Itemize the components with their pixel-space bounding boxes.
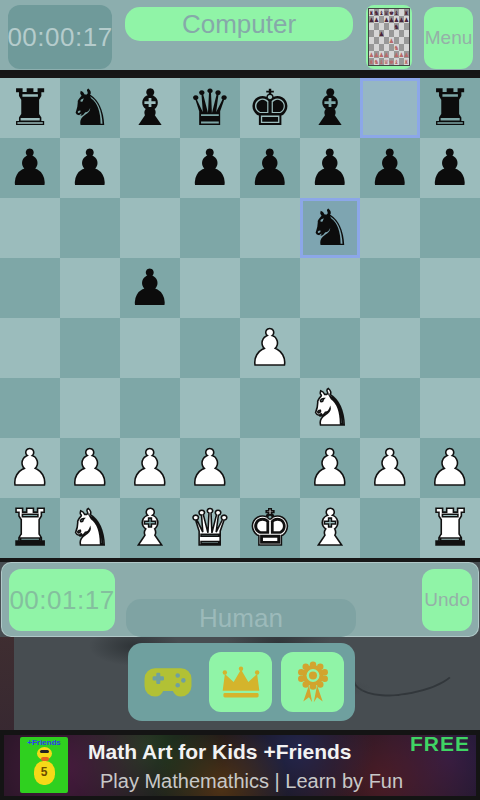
- rating-button[interactable]: [209, 652, 272, 712]
- square-g5[interactable]: [360, 258, 420, 318]
- ad-title: Math Art for Kids +Friends: [88, 740, 418, 764]
- piece-black-pawn[interactable]: ♟: [188, 138, 233, 198]
- crown-icon: [219, 663, 263, 701]
- square-g7[interactable]: ♟: [360, 138, 420, 198]
- square-a3[interactable]: [0, 378, 60, 438]
- piece-white-pawn[interactable]: ♟: [428, 438, 473, 498]
- square-a5[interactable]: [0, 258, 60, 318]
- piece-black-rook[interactable]: ♜: [8, 78, 53, 138]
- piece-black-pawn[interactable]: ♟: [8, 138, 53, 198]
- square-h5[interactable]: [420, 258, 480, 318]
- piece-black-pawn[interactable]: ♟: [248, 138, 293, 198]
- square-d5[interactable]: [180, 258, 240, 318]
- square-g3[interactable]: [360, 378, 420, 438]
- square-b4[interactable]: [60, 318, 120, 378]
- chess-board[interactable]: ♜♞♝♛♚♝♜♟♟♟♟♟♟♟♞♟♟♞♟♟♟♟♟♟♟♜♞♝♛♚♝♜: [0, 74, 480, 562]
- thumb-square-h5: [404, 30, 409, 37]
- square-e1[interactable]: ♚: [240, 498, 300, 558]
- square-c1[interactable]: ♝: [120, 498, 180, 558]
- piece-white-bishop[interactable]: ♝: [308, 498, 353, 558]
- piece-black-pawn: ♟: [404, 17, 409, 23]
- piece-black-pawn[interactable]: ♟: [68, 138, 113, 198]
- bottom-player-bar: 00:01:17 Human Undo: [1, 562, 479, 637]
- square-b2[interactable]: ♟: [60, 438, 120, 498]
- square-e8[interactable]: ♚: [240, 78, 300, 138]
- square-d2[interactable]: ♟: [180, 438, 240, 498]
- piece-white-pawn[interactable]: ♟: [188, 438, 233, 498]
- piece-white-bishop[interactable]: ♝: [128, 498, 173, 558]
- computer-clock: 00:00:17: [8, 5, 112, 69]
- square-e2[interactable]: [240, 438, 300, 498]
- square-h4[interactable]: [420, 318, 480, 378]
- award-ribbon-icon: [293, 661, 333, 703]
- thumb-square-h4: [404, 37, 409, 44]
- square-g2[interactable]: ♟: [360, 438, 420, 498]
- ad-icon-label: +Friends: [20, 738, 68, 747]
- piece-white-rook[interactable]: ♜: [8, 498, 53, 558]
- square-f4[interactable]: [300, 318, 360, 378]
- square-c5[interactable]: ♟: [120, 258, 180, 318]
- square-b8[interactable]: ♞: [60, 78, 120, 138]
- duck-number: 5: [20, 765, 68, 779]
- square-h2[interactable]: ♟: [420, 438, 480, 498]
- square-h7[interactable]: ♟: [420, 138, 480, 198]
- square-e3[interactable]: [240, 378, 300, 438]
- menu-button[interactable]: Menu: [424, 7, 473, 69]
- piece-white-pawn: ♟: [404, 52, 409, 58]
- thumb-square-h7: ♟: [404, 16, 409, 23]
- piece-black-bishop[interactable]: ♝: [308, 78, 353, 138]
- piece-black-pawn[interactable]: ♟: [428, 138, 473, 198]
- square-a8[interactable]: ♜: [0, 78, 60, 138]
- square-b7[interactable]: ♟: [60, 138, 120, 198]
- square-c7[interactable]: [120, 138, 180, 198]
- square-b1[interactable]: ♞: [60, 498, 120, 558]
- piece-white-knight[interactable]: ♞: [68, 498, 113, 558]
- square-e7[interactable]: ♟: [240, 138, 300, 198]
- square-c3[interactable]: [120, 378, 180, 438]
- background-artwork: [0, 637, 480, 730]
- piece-black-pawn[interactable]: ♟: [308, 138, 353, 198]
- piece-black-king[interactable]: ♚: [248, 78, 293, 138]
- square-f8[interactable]: ♝: [300, 78, 360, 138]
- piece-white-pawn[interactable]: ♟: [368, 438, 413, 498]
- undo-button[interactable]: Undo: [422, 569, 472, 631]
- piece-white-knight[interactable]: ♞: [308, 378, 353, 438]
- square-f2[interactable]: ♟: [300, 438, 360, 498]
- games-button[interactable]: [140, 663, 196, 701]
- piece-white-king[interactable]: ♚: [248, 498, 293, 558]
- square-a6[interactable]: [0, 198, 60, 258]
- ad-free-badge: FREE: [410, 732, 470, 756]
- piece-black-rook[interactable]: ♜: [428, 78, 473, 138]
- human-player-label: Human: [126, 599, 356, 637]
- square-h3[interactable]: [420, 378, 480, 438]
- square-d6[interactable]: [180, 198, 240, 258]
- square-b5[interactable]: [60, 258, 120, 318]
- square-d1[interactable]: ♛: [180, 498, 240, 558]
- square-e5[interactable]: [240, 258, 300, 318]
- piece-black-bishop[interactable]: ♝: [128, 78, 173, 138]
- piece-black-queen[interactable]: ♛: [188, 78, 233, 138]
- piece-white-pawn[interactable]: ♟: [128, 438, 173, 498]
- thumb-square-h6: [404, 23, 409, 30]
- square-d8[interactable]: ♛: [180, 78, 240, 138]
- thumb-square-h8: ♜: [404, 9, 409, 16]
- square-g4[interactable]: [360, 318, 420, 378]
- piece-white-rook[interactable]: ♜: [428, 498, 473, 558]
- square-f5[interactable]: [300, 258, 360, 318]
- ad-app-icon[interactable]: +Friends 5: [20, 737, 68, 793]
- square-f6[interactable]: ♞: [300, 198, 360, 258]
- square-f1[interactable]: ♝: [300, 498, 360, 558]
- ad-banner[interactable]: +Friends 5 Math Art for Kids +Friends Pl…: [0, 730, 480, 800]
- square-c2[interactable]: ♟: [120, 438, 180, 498]
- piece-black-knight[interactable]: ♞: [68, 78, 113, 138]
- square-c4[interactable]: [120, 318, 180, 378]
- square-a7[interactable]: ♟: [0, 138, 60, 198]
- square-d7[interactable]: ♟: [180, 138, 240, 198]
- computer-player-label: Computer: [125, 7, 353, 41]
- square-b3[interactable]: [60, 378, 120, 438]
- chess-app-screen: 00:00:17 Computer ♜♞♝♛♚♝♜♟♟♟♟♟♟♟♞♟♟♞♟♟♟♟…: [0, 0, 480, 800]
- board-thumbnail: ♜♞♝♛♚♝♜♟♟♟♟♟♟♟♞♟♟♞♟♟♟♟♟♟♟♜♞♝♛♚♝♜: [368, 8, 410, 66]
- piece-white-queen[interactable]: ♛: [188, 498, 233, 558]
- piece-white-pawn[interactable]: ♟: [308, 438, 353, 498]
- action-button-tray: [128, 643, 355, 721]
- square-a2[interactable]: ♟: [0, 438, 60, 498]
- background-art-strip: [0, 637, 14, 730]
- square-g1[interactable]: [360, 498, 420, 558]
- square-h1[interactable]: ♜: [420, 498, 480, 558]
- thumb-square-h3: [404, 44, 409, 51]
- ad-subtitle: Play Mathemathics | Learn by Fun: [100, 770, 460, 793]
- square-h8[interactable]: ♜: [420, 78, 480, 138]
- duck-eyes: [40, 750, 49, 753]
- piece-black-pawn[interactable]: ♟: [368, 138, 413, 198]
- square-a4[interactable]: [0, 318, 60, 378]
- square-c6[interactable]: [120, 198, 180, 258]
- piece-black-rook: ♜: [404, 10, 409, 16]
- piece-white-rook: ♜: [404, 59, 409, 65]
- square-e6[interactable]: [240, 198, 300, 258]
- background-art-curve: [350, 639, 465, 700]
- piece-white-pawn[interactable]: ♟: [248, 318, 293, 378]
- human-clock: 00:01:17: [9, 569, 115, 631]
- square-g8[interactable]: [360, 78, 420, 138]
- square-g6[interactable]: [360, 198, 420, 258]
- square-d4[interactable]: [180, 318, 240, 378]
- gamepad-icon: [142, 665, 194, 699]
- square-c8[interactable]: ♝: [120, 78, 180, 138]
- square-f7[interactable]: ♟: [300, 138, 360, 198]
- top-player-bar: 00:00:17 Computer ♜♞♝♛♚♝♜♟♟♟♟♟♟♟♞♟♟♞♟♟♟♟…: [0, 0, 480, 74]
- piece-black-pawn[interactable]: ♟: [128, 258, 173, 318]
- square-b6[interactable]: [60, 198, 120, 258]
- square-f3[interactable]: ♞: [300, 378, 360, 438]
- square-a1[interactable]: ♜: [0, 498, 60, 558]
- piece-white-pawn[interactable]: ♟: [8, 438, 53, 498]
- square-h6[interactable]: [420, 198, 480, 258]
- square-d3[interactable]: [180, 378, 240, 438]
- thumb-square-h1: ♜: [404, 58, 409, 65]
- piece-white-pawn[interactable]: ♟: [68, 438, 113, 498]
- thumb-square-h2: ♟: [404, 51, 409, 58]
- board-thumbnail-button[interactable]: ♜♞♝♛♚♝♜♟♟♟♟♟♟♟♞♟♟♞♟♟♟♟♟♟♟♜♞♝♛♚♝♜: [366, 5, 412, 69]
- piece-black-knight[interactable]: ♞: [308, 198, 353, 258]
- square-e4[interactable]: ♟: [240, 318, 300, 378]
- achievements-button[interactable]: [281, 652, 344, 712]
